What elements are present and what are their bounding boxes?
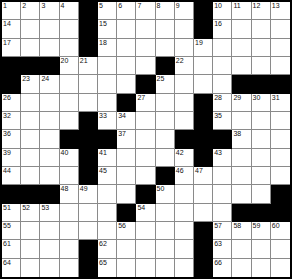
cell-r13c2[interactable] [21, 222, 40, 240]
cell-r12c6[interactable] [98, 204, 117, 222]
cell-r1c14[interactable]: 12 [252, 2, 271, 20]
cell-r5c6[interactable] [98, 75, 117, 93]
clue-number: 53 [41, 204, 49, 212]
cell-r6c9[interactable] [156, 94, 175, 112]
clue-number: 64 [3, 259, 11, 267]
cell-r11c5[interactable]: 49 [79, 185, 98, 203]
cell-r3c2[interactable] [21, 39, 40, 57]
cell-r7c10[interactable] [175, 112, 194, 130]
cell-r6c1[interactable]: 26 [2, 94, 21, 112]
cell-r4c15[interactable] [271, 57, 290, 75]
black-cell-r6c7 [117, 94, 136, 112]
black-cell-r12c15 [271, 204, 290, 222]
black-cell-r4c9 [156, 57, 175, 75]
cell-r1c12[interactable]: 10 [213, 2, 232, 20]
cell-r1c13[interactable]: 11 [232, 2, 251, 20]
cell-r13c14[interactable]: 59 [252, 222, 271, 240]
cell-r5c2[interactable]: 23 [21, 75, 40, 93]
cell-r7c7[interactable]: 34 [117, 112, 136, 130]
black-cell-r7c5 [79, 112, 98, 130]
cell-r5c3[interactable]: 24 [40, 75, 59, 93]
cell-r8c7[interactable]: 37 [117, 130, 136, 148]
black-cell-r13c11 [194, 222, 213, 240]
cell-r4c7[interactable] [117, 57, 136, 75]
cell-r10c14[interactable] [252, 167, 271, 185]
cell-r6c3[interactable] [40, 94, 59, 112]
black-cell-r1c11 [194, 2, 213, 20]
cell-r1c2[interactable]: 2 [21, 2, 40, 20]
black-cell-r11c1 [2, 185, 21, 203]
clue-number: 9 [176, 2, 180, 10]
cell-r12c9[interactable] [156, 204, 175, 222]
clue-number: 7 [137, 2, 141, 10]
cell-r7c14[interactable] [252, 112, 271, 130]
cell-r2c15[interactable] [271, 20, 290, 38]
cell-r10c11[interactable]: 47 [194, 167, 213, 185]
cell-r3c12[interactable] [213, 39, 232, 57]
cell-r14c3[interactable] [40, 240, 59, 258]
clue-number: 23 [22, 75, 30, 83]
cell-r11c6[interactable] [98, 185, 117, 203]
cell-r10c7[interactable] [117, 167, 136, 185]
black-cell-r15c11 [194, 259, 213, 277]
black-cell-r5c14 [252, 75, 271, 93]
black-cell-r10c9 [156, 167, 175, 185]
cell-r14c8[interactable] [136, 240, 155, 258]
cell-r4c8[interactable] [136, 57, 155, 75]
cell-r14c2[interactable] [21, 240, 40, 258]
clue-number: 6 [118, 2, 122, 10]
cell-r15c1[interactable]: 64 [2, 259, 21, 277]
cell-r3c1[interactable]: 17 [2, 39, 21, 57]
clue-number: 13 [272, 2, 280, 10]
cell-r6c6[interactable] [98, 94, 117, 112]
cell-r6c15[interactable]: 31 [271, 94, 290, 112]
cell-r5c9[interactable]: 25 [156, 75, 175, 93]
cell-r12c2[interactable]: 52 [21, 204, 40, 222]
cell-r11c13[interactable] [232, 185, 251, 203]
clue-number: 61 [3, 240, 11, 248]
cell-r13c13[interactable]: 58 [232, 222, 251, 240]
clue-number: 57 [214, 222, 222, 230]
cell-r9c4[interactable]: 40 [60, 149, 79, 167]
cell-r2c4[interactable] [60, 20, 79, 38]
clue-number: 31 [272, 94, 280, 102]
clue-number: 49 [80, 185, 88, 193]
cell-r3c11[interactable]: 19 [194, 39, 213, 57]
clue-number: 59 [253, 222, 261, 230]
black-cell-r5c1 [2, 75, 21, 93]
cell-r8c9[interactable] [156, 130, 175, 148]
clue-number: 24 [41, 75, 49, 83]
cell-r10c10[interactable]: 46 [175, 167, 194, 185]
clue-number: 41 [99, 149, 107, 157]
black-cell-r11c2 [21, 185, 40, 203]
cell-r4c6[interactable] [98, 57, 117, 75]
clue-number: 32 [3, 112, 11, 120]
clue-number: 36 [3, 130, 11, 138]
cell-r14c4[interactable] [60, 240, 79, 258]
cell-r9c7[interactable] [117, 149, 136, 167]
cell-r1c6[interactable]: 5 [98, 2, 117, 20]
cell-r3c7[interactable] [117, 39, 136, 57]
cell-r15c8[interactable] [136, 259, 155, 277]
cell-r6c14[interactable]: 30 [252, 94, 271, 112]
clue-number: 54 [137, 204, 145, 212]
cell-r7c13[interactable] [232, 112, 251, 130]
clue-number: 45 [99, 167, 107, 175]
cell-r7c6[interactable]: 33 [98, 112, 117, 130]
clue-number: 63 [214, 240, 222, 248]
clue-number: 11 [233, 2, 240, 10]
cell-r2c2[interactable] [21, 20, 40, 38]
cell-r13c15[interactable]: 60 [271, 222, 290, 240]
cell-r13c4[interactable] [60, 222, 79, 240]
black-cell-r12c13 [232, 204, 251, 222]
clue-number: 21 [80, 57, 88, 65]
cell-r4c4[interactable]: 20 [60, 57, 79, 75]
clue-number: 39 [3, 149, 11, 157]
cell-r15c15[interactable] [271, 259, 290, 277]
clue-number: 5 [99, 2, 103, 10]
black-cell-r8c6 [98, 130, 117, 148]
cell-r4c11[interactable] [194, 57, 213, 75]
cell-r8c1[interactable]: 36 [2, 130, 21, 148]
cell-r9c8[interactable] [136, 149, 155, 167]
cell-r14c15[interactable] [271, 240, 290, 258]
cell-r8c15[interactable] [271, 130, 290, 148]
black-cell-r2c5 [79, 20, 98, 38]
black-cell-r5c13 [232, 75, 251, 93]
cell-r1c8[interactable]: 7 [136, 2, 155, 20]
cell-r9c14[interactable] [252, 149, 271, 167]
black-cell-r15c5 [79, 259, 98, 277]
clue-number: 20 [61, 57, 69, 65]
cell-r7c4[interactable] [60, 112, 79, 130]
cell-r11c12[interactable] [213, 185, 232, 203]
cell-r12c1[interactable]: 51 [2, 204, 21, 222]
clue-number: 15 [99, 20, 107, 28]
clue-number: 60 [272, 222, 280, 230]
cell-r11c14[interactable] [252, 185, 271, 203]
cell-r15c7[interactable] [117, 259, 136, 277]
cell-r15c13[interactable] [232, 259, 251, 277]
clue-number: 27 [137, 94, 145, 102]
black-cell-r3c5 [79, 39, 98, 57]
cell-r11c7[interactable] [117, 185, 136, 203]
clue-number: 10 [214, 2, 222, 10]
black-cell-r12c7 [117, 204, 136, 222]
clue-number: 47 [195, 167, 203, 175]
black-cell-r8c11 [194, 130, 213, 148]
cell-r13c9[interactable] [156, 222, 175, 240]
cell-r8c14[interactable] [252, 130, 271, 148]
cell-r3c10[interactable] [175, 39, 194, 57]
black-cell-r5c8 [136, 75, 155, 93]
cell-r2c10[interactable] [175, 20, 194, 38]
black-cell-r4c2 [21, 57, 40, 75]
cell-r15c6[interactable]: 65 [98, 259, 117, 277]
cell-r13c8[interactable] [136, 222, 155, 240]
clue-number: 1 [3, 2, 7, 10]
cell-r10c12[interactable] [213, 167, 232, 185]
cell-r7c12[interactable]: 35 [213, 112, 232, 130]
clue-number: 56 [118, 222, 126, 230]
cell-r13c12[interactable]: 57 [213, 222, 232, 240]
cell-r2c1[interactable]: 14 [2, 20, 21, 38]
clue-number: 17 [3, 39, 11, 47]
cell-r10c8[interactable] [136, 167, 155, 185]
cell-r9c3[interactable] [40, 149, 59, 167]
clue-number: 58 [233, 222, 241, 230]
cell-r10c15[interactable] [271, 167, 290, 185]
cell-r10c13[interactable] [232, 167, 251, 185]
cell-r15c14[interactable] [252, 259, 271, 277]
cell-r9c2[interactable] [21, 149, 40, 167]
clue-number: 44 [3, 167, 11, 175]
clue-number: 34 [118, 112, 126, 120]
clue-number: 51 [3, 204, 11, 212]
cell-r1c3[interactable]: 3 [40, 2, 59, 20]
cell-r12c8[interactable]: 54 [136, 204, 155, 222]
black-cell-r11c15 [271, 185, 290, 203]
cell-r5c5[interactable] [79, 75, 98, 93]
cell-r2c3[interactable] [40, 20, 59, 38]
cell-r12c10[interactable] [175, 204, 194, 222]
cell-r9c1[interactable]: 39 [2, 149, 21, 167]
black-cell-r14c5 [79, 240, 98, 258]
cell-r11c9[interactable]: 50 [156, 185, 175, 203]
cell-r6c5[interactable] [79, 94, 98, 112]
black-cell-r4c3 [40, 57, 59, 75]
cell-r10c6[interactable]: 45 [98, 167, 117, 185]
cell-r9c15[interactable] [271, 149, 290, 167]
clue-number: 65 [99, 259, 107, 267]
cell-r2c13[interactable] [232, 20, 251, 38]
clue-number: 8 [157, 2, 161, 10]
cell-r13c6[interactable] [98, 222, 117, 240]
clue-number: 19 [195, 39, 203, 47]
cell-r12c3[interactable]: 53 [40, 204, 59, 222]
cell-r2c9[interactable] [156, 20, 175, 38]
cell-r7c3[interactable] [40, 112, 59, 130]
clue-number: 37 [118, 130, 126, 138]
cell-r13c3[interactable] [40, 222, 59, 240]
black-cell-r5c15 [271, 75, 290, 93]
cell-r8c8[interactable] [136, 130, 155, 148]
clue-number: 16 [214, 20, 222, 28]
cell-r1c1[interactable]: 1 [2, 2, 21, 20]
cell-r15c2[interactable] [21, 259, 40, 277]
cell-r9c9[interactable] [156, 149, 175, 167]
clue-number: 12 [253, 2, 261, 10]
cell-r10c2[interactable] [21, 167, 40, 185]
cell-r1c9[interactable]: 8 [156, 2, 175, 20]
cell-r12c4[interactable] [60, 204, 79, 222]
cell-r4c5[interactable]: 21 [79, 57, 98, 75]
black-cell-r8c4 [60, 130, 79, 148]
black-cell-r9c11 [194, 149, 213, 167]
cell-r5c10[interactable] [175, 75, 194, 93]
cell-r8c3[interactable] [40, 130, 59, 148]
cell-r14c9[interactable] [156, 240, 175, 258]
clue-number: 43 [214, 149, 222, 157]
black-cell-r1c5 [79, 2, 98, 20]
clue-number: 30 [253, 94, 261, 102]
cell-r15c12[interactable]: 66 [213, 259, 232, 277]
cell-r9c12[interactable]: 43 [213, 149, 232, 167]
clue-number: 55 [3, 222, 11, 230]
clue-number: 22 [176, 57, 184, 65]
black-cell-r10c5 [79, 167, 98, 185]
cell-r14c14[interactable] [252, 240, 271, 258]
cell-r3c6[interactable]: 18 [98, 39, 117, 57]
clue-number: 66 [214, 259, 222, 267]
cell-r12c5[interactable] [79, 204, 98, 222]
cell-r14c10[interactable] [175, 240, 194, 258]
clue-number: 35 [214, 112, 222, 120]
cell-r15c10[interactable] [175, 259, 194, 277]
cell-r14c6[interactable]: 62 [98, 240, 117, 258]
cell-r7c8[interactable] [136, 112, 155, 130]
black-cell-r8c5 [79, 130, 98, 148]
clue-number: 40 [61, 149, 69, 157]
clue-number: 42 [176, 149, 184, 157]
cell-r2c6[interactable]: 15 [98, 20, 117, 38]
clue-number: 3 [41, 2, 45, 10]
clue-number: 62 [99, 240, 107, 248]
cell-r7c1[interactable]: 32 [2, 112, 21, 130]
cell-r7c2[interactable] [21, 112, 40, 130]
clue-number: 38 [233, 130, 241, 138]
cell-r4c13[interactable] [232, 57, 251, 75]
crossword-board: 1234567891011121314151617181920212223242… [0, 0, 292, 279]
cell-r8c2[interactable] [21, 130, 40, 148]
cell-r11c11[interactable] [194, 185, 213, 203]
clue-number: 50 [157, 185, 165, 193]
clue-number: 14 [3, 20, 11, 28]
cell-r9c13[interactable] [232, 149, 251, 167]
clue-number: 52 [22, 204, 30, 212]
clue-number: 18 [99, 39, 107, 47]
clue-number: 25 [157, 75, 165, 83]
cell-r4c12[interactable] [213, 57, 232, 75]
clue-number: 29 [233, 94, 241, 102]
cell-r3c13[interactable] [232, 39, 251, 57]
cell-r3c8[interactable] [136, 39, 155, 57]
black-cell-r11c3 [40, 185, 59, 203]
black-cell-r12c14 [252, 204, 271, 222]
cell-r14c1[interactable]: 61 [2, 240, 21, 258]
cell-r3c4[interactable] [60, 39, 79, 57]
clue-number: 4 [61, 2, 65, 10]
cell-r15c9[interactable] [156, 259, 175, 277]
clue-number: 26 [3, 94, 11, 102]
clue-number: 28 [214, 94, 222, 102]
clue-number: 33 [99, 112, 107, 120]
cell-r12c12[interactable] [213, 204, 232, 222]
cell-r7c15[interactable] [271, 112, 290, 130]
cell-r9c6[interactable]: 41 [98, 149, 117, 167]
black-cell-r9c5 [79, 149, 98, 167]
cell-r13c1[interactable]: 55 [2, 222, 21, 240]
cell-r6c13[interactable]: 29 [232, 94, 251, 112]
cell-r6c2[interactable] [21, 94, 40, 112]
cell-r6c4[interactable] [60, 94, 79, 112]
cell-r6c8[interactable]: 27 [136, 94, 155, 112]
cell-r15c4[interactable] [60, 259, 79, 277]
clue-number: 46 [176, 167, 184, 175]
black-cell-r14c11 [194, 240, 213, 258]
cell-r11c4[interactable]: 48 [60, 185, 79, 203]
cell-r5c4[interactable] [60, 75, 79, 93]
black-cell-r4c1 [2, 57, 21, 75]
cell-r2c8[interactable] [136, 20, 155, 38]
cell-r10c4[interactable] [60, 167, 79, 185]
cell-r4c10[interactable]: 22 [175, 57, 194, 75]
cell-r7c9[interactable] [156, 112, 175, 130]
cell-r1c4[interactable]: 4 [60, 2, 79, 20]
cell-r2c12[interactable]: 16 [213, 20, 232, 38]
black-cell-r8c12 [213, 130, 232, 148]
cell-r3c9[interactable] [156, 39, 175, 57]
cell-r2c7[interactable] [117, 20, 136, 38]
cell-r3c14[interactable] [252, 39, 271, 57]
cell-r5c12[interactable] [213, 75, 232, 93]
cell-r12c11[interactable] [194, 204, 213, 222]
cell-r13c7[interactable]: 56 [117, 222, 136, 240]
cell-r14c13[interactable] [232, 240, 251, 258]
cell-r10c1[interactable]: 44 [2, 167, 21, 185]
cell-r8c13[interactable]: 38 [232, 130, 251, 148]
cell-r5c11[interactable] [194, 75, 213, 93]
cell-r3c3[interactable] [40, 39, 59, 57]
black-cell-r8c10 [175, 130, 194, 148]
black-cell-r7c11 [194, 112, 213, 130]
cell-r6c10[interactable] [175, 94, 194, 112]
cell-r6c12[interactable]: 28 [213, 94, 232, 112]
clue-number: 48 [61, 185, 69, 193]
cell-r4c14[interactable] [252, 57, 271, 75]
cell-r13c5[interactable] [79, 222, 98, 240]
clue-number: 2 [22, 2, 26, 10]
black-cell-r11c8 [136, 185, 155, 203]
cell-r11c10[interactable] [175, 185, 194, 203]
cell-r14c12[interactable]: 63 [213, 240, 232, 258]
cell-r10c3[interactable] [40, 167, 59, 185]
cell-r13c10[interactable] [175, 222, 194, 240]
cell-r3c15[interactable] [271, 39, 290, 57]
black-cell-r6c11 [194, 94, 213, 112]
cell-r14c7[interactable] [117, 240, 136, 258]
cell-r1c10[interactable]: 9 [175, 2, 194, 20]
cell-r15c3[interactable] [40, 259, 59, 277]
black-cell-r2c11 [194, 20, 213, 38]
cell-r5c7[interactable] [117, 75, 136, 93]
cell-r9c10[interactable]: 42 [175, 149, 194, 167]
cell-r2c14[interactable] [252, 20, 271, 38]
cell-r1c7[interactable]: 6 [117, 2, 136, 20]
cell-r1c15[interactable]: 13 [271, 2, 290, 20]
